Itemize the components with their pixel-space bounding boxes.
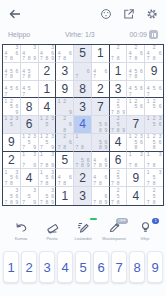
- cell-r5c5[interactable]: 4: [74, 116, 92, 134]
- cell-r5c6[interactable]: 5689: [92, 116, 110, 134]
- notes-label: Muistiinpanot: [102, 236, 126, 241]
- cell-r1c6[interactable]: 1: [92, 45, 110, 63]
- cell-r1c9[interactable]: 24678: [145, 45, 163, 63]
- cell-r6c5[interactable]: 178: [74, 134, 92, 152]
- pencil-notes: 13789: [39, 152, 56, 169]
- cell-r7c8[interactable]: 1378: [127, 152, 145, 170]
- digit: 1: [110, 63, 127, 80]
- cell-r8c8[interactable]: 9: [127, 169, 145, 187]
- digit: 7: [92, 98, 109, 115]
- pencil-notes: 1256: [145, 98, 163, 115]
- pencil-notes: 278: [110, 45, 127, 62]
- cell-r2c8[interactable]: 45678: [127, 63, 145, 81]
- cell-r6c7[interactable]: 4: [110, 134, 128, 152]
- pencil-notes: 4567: [3, 81, 20, 98]
- cell-r2c9[interactable]: 9: [145, 63, 163, 81]
- pencil-notes: 123579: [39, 134, 56, 151]
- cell-r1c7[interactable]: 278: [110, 45, 128, 63]
- cell-r8c2[interactable]: 4: [21, 169, 39, 187]
- cell-r9c4[interactable]: 1: [56, 187, 74, 205]
- numpad-8[interactable]: 8: [129, 251, 145, 283]
- digit: 6: [21, 116, 38, 133]
- cell-r4c6[interactable]: 7: [92, 98, 110, 116]
- magic-pencil-icon: [77, 221, 90, 234]
- cell-r8c5[interactable]: 2: [74, 169, 92, 187]
- cell-r4c5[interactable]: 3: [74, 98, 92, 116]
- cell-r1c3[interactable]: 346789: [39, 45, 57, 63]
- pencil-notes: 56789: [74, 152, 91, 169]
- cell-r9c6[interactable]: 6789: [92, 187, 110, 205]
- pencil-notes: 356789: [39, 187, 56, 205]
- undo-label: Kumoa: [15, 236, 28, 241]
- pencil-notes: 4578: [21, 63, 38, 80]
- pencil-notes: 6789: [92, 187, 109, 205]
- pencil-notes: 123568: [145, 134, 163, 151]
- cell-r7c3[interactable]: 13789: [39, 152, 57, 170]
- cell-r5c2[interactable]: 6: [21, 116, 39, 134]
- cell-r2c2[interactable]: 4578: [21, 63, 39, 81]
- cell-r9c9[interactable]: 2578: [145, 187, 163, 205]
- digit: 3: [110, 81, 127, 98]
- cell-r7c2[interactable]: 1379: [21, 152, 39, 170]
- cell-r2c1[interactable]: 45678: [3, 63, 21, 81]
- digit: 3: [74, 98, 91, 115]
- digit: 2: [3, 152, 20, 169]
- cell-r3c5[interactable]: 8: [74, 81, 92, 99]
- cell-r7c1[interactable]: 2: [3, 152, 21, 170]
- numpad-7[interactable]: 7: [111, 251, 127, 283]
- digit: 7: [127, 116, 144, 133]
- digit: 2: [92, 81, 109, 98]
- pencil-notes: 135678: [3, 169, 20, 186]
- pencil-notes: 5689: [92, 116, 109, 133]
- undo-icon: [15, 221, 28, 234]
- cell-r5c8[interactable]: 7: [127, 116, 145, 134]
- cell-r6c6[interactable]: 5689: [92, 134, 110, 152]
- cell-r3c9[interactable]: 4567: [145, 81, 163, 99]
- cell-r3c3[interactable]: 1: [39, 81, 57, 99]
- cell-r5c1[interactable]: 1235: [3, 116, 21, 134]
- cell-r2c5[interactable]: 67: [74, 63, 92, 81]
- digit: 9: [56, 81, 73, 98]
- pencil-notes: 25789: [110, 116, 127, 133]
- pencil-notes: 4567: [127, 81, 144, 98]
- pencil-notes: 1235: [3, 116, 20, 133]
- cell-r5c4[interactable]: 268: [56, 116, 74, 134]
- cell-r4c8[interactable]: 1256: [127, 98, 145, 116]
- cell-r1c8[interactable]: 24678: [127, 45, 145, 63]
- pencil-notes: 67: [74, 63, 91, 80]
- cell-r6c9[interactable]: 123568: [145, 134, 163, 152]
- toolbar: Kumoa Poista Lisätiedot OFF Muistiinpano…: [0, 221, 166, 241]
- pencil-notes: 4678: [92, 169, 109, 186]
- pencil-notes: 1378: [145, 152, 163, 169]
- pencil-notes: 2578: [110, 187, 127, 205]
- pencil-notes: 135678: [39, 169, 56, 186]
- pencil-notes: 34789: [21, 45, 38, 62]
- cell-r3c2[interactable]: 457: [21, 81, 39, 99]
- pencil-notes: 24678: [145, 45, 163, 62]
- numpad: 1 2 3 4 5 6 7 8 9: [0, 251, 166, 283]
- digit: 2: [74, 169, 91, 186]
- hint-count-badge: 1: [152, 218, 159, 224]
- digit: 1: [92, 45, 109, 62]
- bulb-icon: [139, 221, 152, 234]
- pencil-notes: 24678: [127, 45, 144, 62]
- pencil-notes: 1379: [21, 152, 38, 169]
- cell-r3c7[interactable]: 3: [110, 81, 128, 99]
- digit: 1: [39, 81, 56, 98]
- back-button[interactable]: [8, 8, 21, 21]
- cell-r7c4[interactable]: 5: [56, 152, 74, 170]
- digit: 1: [56, 187, 73, 205]
- cell-r7c7[interactable]: 6: [110, 152, 128, 170]
- digit: 9: [3, 134, 20, 151]
- cell-r8c4[interactable]: 4678: [56, 169, 74, 187]
- app-bar: [0, 0, 166, 22]
- cell-r9c3[interactable]: 356789: [39, 187, 57, 205]
- cell-r2c4[interactable]: 3: [56, 63, 74, 81]
- pause-icon: [152, 33, 154, 37]
- undo-button[interactable]: Kumoa: [9, 221, 33, 241]
- pencil-notes: 123579: [21, 134, 38, 151]
- numpad-5[interactable]: 5: [75, 251, 91, 283]
- pencil-notes: 4567: [145, 81, 163, 98]
- pencil-notes: 34678: [3, 45, 20, 62]
- sudoku-app-screen: Helppo Virhe: 1/3 00:09 3467834789346789…: [0, 0, 166, 296]
- pencil-notes: 45678: [127, 63, 144, 80]
- pencil-notes: 1378: [127, 152, 144, 169]
- cell-r6c4[interactable]: 2678: [56, 134, 74, 152]
- hint-button[interactable]: 1 Vihje: [133, 221, 157, 241]
- cell-r8c3[interactable]: 135678: [39, 169, 57, 187]
- digit: 5: [56, 152, 73, 169]
- gear-icon: [146, 8, 158, 20]
- numpad-4[interactable]: 4: [57, 251, 73, 283]
- digit: 3: [56, 63, 73, 80]
- digit: 4: [39, 98, 56, 115]
- cell-r9c8[interactable]: 4: [127, 187, 145, 205]
- eraser-icon: [46, 221, 59, 234]
- cell-r8c6[interactable]: 4678: [92, 169, 110, 187]
- pencil-notes: 356789: [3, 187, 20, 205]
- cell-r4c2[interactable]: 8: [21, 98, 39, 116]
- cell-r6c2[interactable]: 123579: [21, 134, 39, 152]
- fast-notes-label: Lisätiedot: [74, 236, 91, 241]
- cell-r8c1[interactable]: 135678: [3, 169, 21, 187]
- notes-off-badge: OFF: [116, 218, 128, 224]
- cell-r5c7[interactable]: 25789: [110, 116, 128, 134]
- status-row: Helppo Virhe: 1/3 00:09: [0, 30, 166, 39]
- board: 3467834789346789467851278246782467845678…: [2, 44, 164, 206]
- pencil-notes: 45678: [3, 63, 20, 80]
- digit: 8: [74, 81, 91, 98]
- cell-r6c3[interactable]: 123579: [39, 134, 57, 152]
- pencil-notes: 178: [74, 134, 91, 151]
- back-arrow-icon: [9, 8, 21, 20]
- cell-r7c5[interactable]: 56789: [74, 152, 92, 170]
- cell-r6c8[interactable]: 123568: [127, 134, 145, 152]
- digit: 4: [74, 116, 91, 133]
- theme-button[interactable]: [99, 8, 112, 21]
- pencil-notes: 46789: [92, 152, 109, 169]
- pencil-notes: 129: [56, 98, 73, 115]
- pencil-notes: 457: [21, 81, 38, 98]
- pencil-notes: 4678: [56, 45, 73, 62]
- pencil-notes: 13578: [145, 169, 163, 186]
- numpad-2[interactable]: 2: [21, 251, 37, 283]
- cell-r1c4[interactable]: 4678: [56, 45, 74, 63]
- pencil-notes: 3579: [21, 187, 38, 205]
- cell-r2c7[interactable]: 1: [110, 63, 128, 81]
- numpad-3[interactable]: 3: [39, 251, 55, 283]
- cell-r4c1[interactable]: 12569: [3, 98, 21, 116]
- erase-button[interactable]: Poista: [40, 221, 64, 241]
- digit: 2: [39, 63, 56, 80]
- cell-r7c9[interactable]: 1378: [145, 152, 163, 170]
- cell-r4c3[interactable]: 4: [39, 98, 57, 116]
- cell-r9c2[interactable]: 3579: [21, 187, 39, 205]
- digit: 4: [110, 134, 127, 151]
- pencil-notes: 2578: [145, 187, 163, 205]
- hint-label: Vihje: [141, 236, 150, 241]
- pencil-notes: 268: [56, 116, 73, 133]
- share-button[interactable]: [122, 8, 135, 21]
- notes-button[interactable]: OFF Muistiinpanot: [102, 221, 126, 241]
- cell-r2c6[interactable]: 467: [92, 63, 110, 81]
- digit: 3: [74, 187, 91, 205]
- pencil-notes: 4678: [56, 169, 73, 186]
- pencil-notes: 2578: [110, 169, 127, 186]
- pencil-notes: 5689: [92, 134, 109, 151]
- numpad-9[interactable]: 9: [147, 251, 163, 283]
- settings-button[interactable]: [145, 8, 158, 21]
- digit: 8: [21, 98, 38, 115]
- palette-icon: [100, 8, 112, 20]
- share-icon: [123, 8, 135, 20]
- fast-notes-badge: [90, 218, 97, 220]
- pencil-notes: 12356: [145, 116, 163, 133]
- cell-r4c9[interactable]: 1256: [145, 98, 163, 116]
- pencil-notes: 25789: [110, 98, 127, 115]
- cell-r8c9[interactable]: 13578: [145, 169, 163, 187]
- cell-r4c4[interactable]: 129: [56, 98, 74, 116]
- numpad-1[interactable]: 1: [3, 251, 19, 283]
- cell-r3c8[interactable]: 4567: [127, 81, 145, 99]
- digit: 4: [21, 169, 38, 186]
- cell-r5c9[interactable]: 12356: [145, 116, 163, 134]
- digit: 5: [74, 45, 91, 62]
- mistakes-counter: Virhe: 1/3: [65, 31, 95, 38]
- digit: 6: [110, 152, 127, 169]
- fast-notes-button[interactable]: Lisätiedot: [71, 221, 95, 241]
- timer: 00:09: [129, 31, 147, 38]
- cell-r1c5[interactable]: 5: [74, 45, 92, 63]
- pencil-notes: 2678: [56, 134, 73, 151]
- cell-r8c7[interactable]: 2578: [110, 169, 128, 187]
- cell-r1c1[interactable]: 34678: [3, 45, 21, 63]
- pencil-notes: 1235: [39, 116, 56, 133]
- difficulty-label: Helppo: [8, 31, 30, 38]
- digit: 9: [145, 63, 163, 80]
- erase-label: Poista: [46, 236, 57, 241]
- numpad-6[interactable]: 6: [93, 251, 109, 283]
- pencil-notes: 1256: [127, 98, 144, 115]
- pencil-notes: 467: [92, 63, 109, 80]
- digit: 9: [127, 169, 144, 186]
- cell-r9c7[interactable]: 2578: [110, 187, 128, 205]
- pencil-notes: 346789: [39, 45, 56, 62]
- cell-r1c2[interactable]: 34789: [21, 45, 39, 63]
- cell-r9c5[interactable]: 3: [74, 187, 92, 205]
- cell-r6c1[interactable]: 9: [3, 134, 21, 152]
- cell-r3c6[interactable]: 2: [92, 81, 110, 99]
- cell-r3c4[interactable]: 9: [56, 81, 74, 99]
- digit: 4: [127, 187, 144, 205]
- cell-r2c3[interactable]: 2: [39, 63, 57, 81]
- pencil-notes: 123568: [127, 134, 144, 151]
- cell-r3c1[interactable]: 4567: [3, 81, 21, 99]
- pencil-notes: 12569: [3, 98, 20, 115]
- cell-r5c3[interactable]: 1235: [39, 116, 57, 134]
- cell-r7c6[interactable]: 46789: [92, 152, 110, 170]
- cell-r9c1[interactable]: 356789: [3, 187, 21, 205]
- pause-button[interactable]: [149, 30, 158, 39]
- cell-r4c7[interactable]: 25789: [110, 98, 128, 116]
